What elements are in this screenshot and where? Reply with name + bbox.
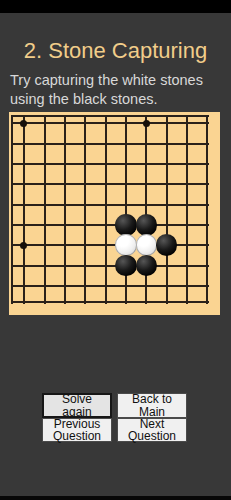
back-to-main-label-line1: Back to <box>132 393 172 406</box>
solve-again-label-line1: Solve <box>62 393 92 406</box>
page-title: 2. Stone Capturing <box>0 39 231 63</box>
board-horizontal-line <box>11 122 209 124</box>
white-stone <box>136 234 158 256</box>
previous-question-label-line2: Question <box>53 430 101 443</box>
board-horizontal-line <box>11 265 209 267</box>
star-point <box>20 242 27 249</box>
black-stone <box>156 234 178 256</box>
status-bar <box>0 0 231 13</box>
white-stone <box>115 234 137 256</box>
black-stone <box>115 214 137 236</box>
black-stone <box>136 214 158 236</box>
board-horizontal-line <box>11 285 209 287</box>
go-board[interactable] <box>9 112 220 315</box>
back-to-main-button[interactable]: Back to Main <box>117 393 187 418</box>
bottom-bar <box>0 496 231 500</box>
instruction-line-2: using the black stones. <box>10 91 158 107</box>
previous-question-button[interactable]: Previous Question <box>42 418 112 442</box>
solve-again-button[interactable]: Solve again <box>42 393 112 418</box>
app-screen: 2. Stone Capturing Try capturing the whi… <box>0 0 231 500</box>
black-stone <box>136 255 158 277</box>
board-horizontal-line <box>11 115 209 117</box>
star-point <box>20 120 27 127</box>
black-stone <box>115 255 137 277</box>
board-horizontal-line <box>11 244 209 246</box>
next-question-label-line2: Question <box>128 430 176 443</box>
board-horizontal-line <box>11 204 209 206</box>
board-horizontal-line <box>11 163 209 165</box>
next-question-button[interactable]: Next Question <box>117 418 187 442</box>
star-point <box>143 120 150 127</box>
instruction-line-1: Try capturing the white stones <box>10 72 203 88</box>
board-horizontal-line <box>11 224 209 226</box>
board-horizontal-line <box>11 301 209 303</box>
board-horizontal-line <box>11 183 209 185</box>
board-horizontal-line <box>11 143 209 145</box>
instruction-text: Try capturing the white stones using the… <box>10 71 226 109</box>
